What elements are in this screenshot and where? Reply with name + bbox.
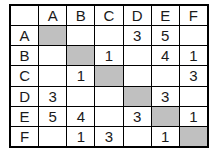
distance-matrix-grid: A B C D E F A 3 5 B 1 4 1 C 1 3 D 3 bbox=[9, 4, 209, 148]
cell-B-E: 4 bbox=[152, 46, 179, 65]
cell-B-A bbox=[39, 46, 66, 65]
cell-C-E bbox=[152, 66, 179, 85]
cell-C-A bbox=[39, 66, 66, 85]
cell-C-B: 1 bbox=[67, 66, 94, 85]
row-header-A: A bbox=[11, 26, 38, 45]
cell-E-B: 4 bbox=[67, 107, 94, 126]
row-header-B: B bbox=[11, 46, 38, 65]
cell-E-C bbox=[95, 107, 122, 126]
cell-B-D bbox=[124, 46, 151, 65]
cell-D-C bbox=[95, 87, 122, 106]
col-header-A: A bbox=[39, 6, 66, 25]
row-header-C: C bbox=[11, 66, 38, 85]
screenshot-canvas: A B C D E F A 3 5 B 1 4 1 C 1 3 D 3 bbox=[0, 0, 209, 152]
cell-D-A: 3 bbox=[39, 87, 66, 106]
cell-C-D bbox=[124, 66, 151, 85]
cell-B-F: 1 bbox=[180, 46, 207, 65]
cell-F-C: 3 bbox=[95, 127, 122, 146]
cell-E-F: 1 bbox=[180, 107, 207, 126]
cell-F-F bbox=[180, 127, 207, 146]
row-header-E: E bbox=[11, 107, 38, 126]
cell-E-D: 3 bbox=[124, 107, 151, 126]
cell-F-B: 1 bbox=[67, 127, 94, 146]
cell-A-B bbox=[67, 26, 94, 45]
cell-E-A: 5 bbox=[39, 107, 66, 126]
cell-E-E bbox=[152, 107, 179, 126]
corner-cell bbox=[11, 6, 38, 25]
cell-F-D bbox=[124, 127, 151, 146]
cell-A-C bbox=[95, 26, 122, 45]
col-header-D: D bbox=[124, 6, 151, 25]
cell-A-F bbox=[180, 26, 207, 45]
cell-B-B bbox=[67, 46, 94, 65]
cell-F-A bbox=[39, 127, 66, 146]
row-header-F: F bbox=[11, 127, 38, 146]
cell-B-C: 1 bbox=[95, 46, 122, 65]
cell-A-A bbox=[39, 26, 66, 45]
row-header-D: D bbox=[11, 87, 38, 106]
cell-D-E: 3 bbox=[152, 87, 179, 106]
cell-A-D: 3 bbox=[124, 26, 151, 45]
cell-C-F: 3 bbox=[180, 66, 207, 85]
col-header-B: B bbox=[67, 6, 94, 25]
col-header-C: C bbox=[95, 6, 122, 25]
cell-F-E: 1 bbox=[152, 127, 179, 146]
cell-D-F bbox=[180, 87, 207, 106]
col-header-E: E bbox=[152, 6, 179, 25]
cell-C-C bbox=[95, 66, 122, 85]
cell-D-B bbox=[67, 87, 94, 106]
cell-D-D bbox=[124, 87, 151, 106]
cell-A-E: 5 bbox=[152, 26, 179, 45]
col-header-F: F bbox=[180, 6, 207, 25]
